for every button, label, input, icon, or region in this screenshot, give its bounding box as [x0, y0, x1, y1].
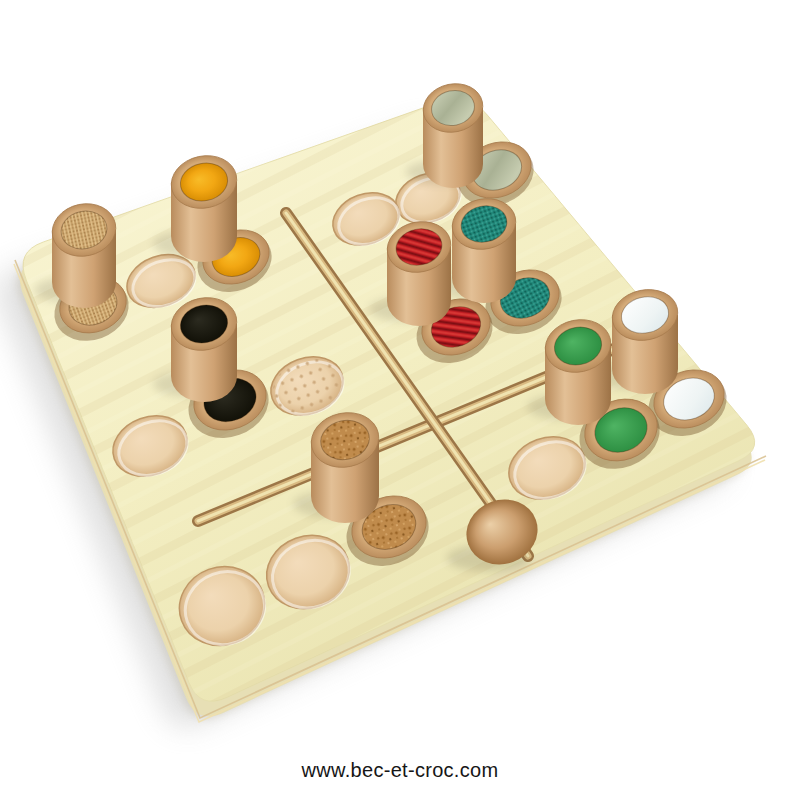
product-photo-stage: www.bec-et-croc.com	[0, 0, 800, 800]
website-caption: www.bec-et-croc.com	[0, 759, 800, 782]
board-scene	[0, 0, 800, 800]
